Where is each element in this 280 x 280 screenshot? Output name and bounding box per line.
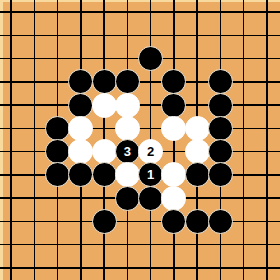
- grid-line-horizontal: [0, 104, 280, 106]
- black-stone[interactable]: [68, 93, 93, 118]
- grid-line-horizontal: [0, 267, 280, 269]
- grid-line-vertical: [10, 0, 12, 280]
- move-number-label: 2: [147, 145, 154, 158]
- white-stone[interactable]: [115, 93, 140, 118]
- white-stone[interactable]: [115, 162, 140, 187]
- black-stone[interactable]: [138, 46, 163, 71]
- white-stone[interactable]: [68, 139, 93, 164]
- move-number-label: 3: [124, 145, 131, 158]
- white-stone[interactable]: [68, 116, 93, 141]
- black-stone[interactable]: [161, 93, 186, 118]
- white-stone[interactable]: [92, 93, 117, 118]
- black-stone[interactable]: [68, 162, 93, 187]
- black-stone[interactable]: [45, 162, 70, 187]
- grid-line-horizontal: [0, 221, 280, 223]
- black-stone[interactable]: [92, 162, 117, 187]
- black-stone[interactable]: [208, 209, 233, 234]
- black-stone[interactable]: [115, 69, 140, 94]
- board-edge-highlight-left: [0, 0, 3, 280]
- black-stone[interactable]: [208, 116, 233, 141]
- black-stone[interactable]: [185, 162, 210, 187]
- black-stone[interactable]: [45, 116, 70, 141]
- black-stone[interactable]: [208, 93, 233, 118]
- grid-line-horizontal: [0, 128, 280, 130]
- go-board-diagram[interactable]: 321: [0, 0, 280, 280]
- white-stone[interactable]: [161, 116, 186, 141]
- move-number-label: 1: [147, 168, 154, 181]
- black-stone[interactable]: [138, 186, 163, 211]
- black-stone[interactable]: [208, 69, 233, 94]
- grid-line-vertical: [243, 0, 245, 280]
- black-stone[interactable]: [208, 139, 233, 164]
- black-stone[interactable]: [185, 209, 210, 234]
- move-2-white-stone[interactable]: 2: [138, 139, 163, 164]
- black-stone[interactable]: [92, 69, 117, 94]
- black-stone[interactable]: [161, 69, 186, 94]
- black-stone[interactable]: [208, 162, 233, 187]
- black-stone[interactable]: [68, 69, 93, 94]
- white-stone[interactable]: [161, 162, 186, 187]
- black-stone[interactable]: [45, 139, 70, 164]
- black-stone[interactable]: [161, 209, 186, 234]
- grid-line-vertical: [34, 0, 36, 280]
- grid-line-horizontal: [0, 11, 280, 13]
- black-stone[interactable]: [115, 186, 140, 211]
- grid-line-horizontal: [0, 244, 280, 246]
- black-stone[interactable]: [92, 209, 117, 234]
- white-stone[interactable]: [185, 139, 210, 164]
- move-3-black-stone[interactable]: 3: [115, 139, 140, 164]
- white-stone[interactable]: [115, 116, 140, 141]
- move-1-black-stone[interactable]: 1: [138, 162, 163, 187]
- grid-line-horizontal: [0, 81, 280, 83]
- white-stone[interactable]: [92, 139, 117, 164]
- grid-line-vertical: [266, 0, 268, 280]
- grid-line-horizontal: [0, 35, 280, 37]
- white-stone[interactable]: [161, 186, 186, 211]
- white-stone[interactable]: [185, 116, 210, 141]
- board-edge-highlight-top: [0, 0, 280, 2]
